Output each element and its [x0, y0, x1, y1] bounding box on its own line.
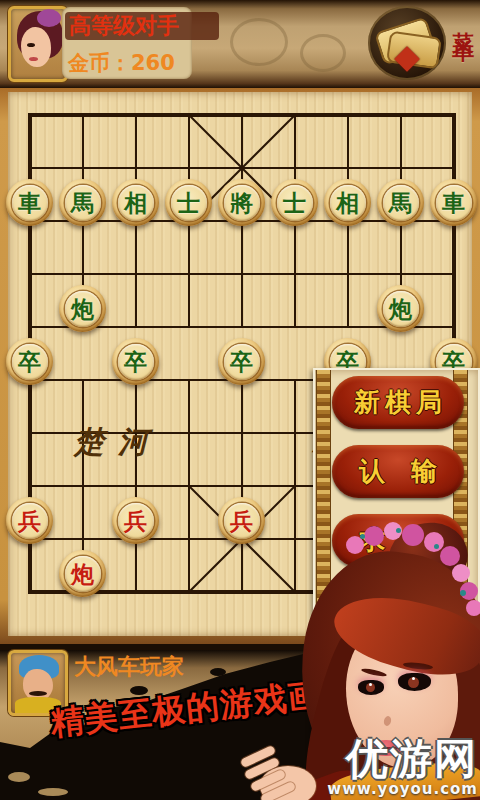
piece-character: 炮	[71, 291, 94, 327]
board-intersection[interactable]	[3, 441, 56, 494]
piece-character: 兵	[18, 503, 41, 539]
piece-face: 炮	[65, 291, 101, 327]
board-intersection[interactable]	[3, 282, 56, 335]
piece-character: 卒	[230, 344, 253, 380]
piece-face: 將	[224, 185, 260, 221]
board-intersection[interactable]	[109, 229, 162, 282]
board-intersection[interactable]: 炮	[374, 282, 427, 335]
swirl-decoration	[300, 34, 346, 72]
board-intersection[interactable]: 將	[215, 176, 268, 229]
piece-face: 士	[171, 185, 207, 221]
board-intersection[interactable]: 馬	[374, 176, 427, 229]
board-intersection[interactable]: 馬	[56, 176, 109, 229]
board-intersection[interactable]	[109, 282, 162, 335]
board-intersection[interactable]	[109, 441, 162, 494]
piece-character: 炮	[389, 291, 412, 327]
menu-option-3[interactable]: 求和	[332, 514, 464, 567]
piece-black[interactable]: 炮	[59, 285, 106, 332]
board-intersection[interactable]	[56, 335, 109, 388]
panel-border-decoration	[316, 370, 331, 798]
piece-red[interactable]: 兵	[112, 497, 159, 544]
board-intersection[interactable]: 卒	[3, 335, 56, 388]
piece-black[interactable]: 士	[165, 179, 212, 226]
piece-face: 兵	[224, 503, 260, 539]
board-intersection[interactable]	[162, 441, 215, 494]
piece-black[interactable]: 炮	[377, 285, 424, 332]
piece-character: 車	[18, 185, 41, 221]
board-intersection[interactable]: 車	[427, 176, 480, 229]
board-intersection[interactable]	[56, 229, 109, 282]
board-intersection[interactable]	[162, 229, 215, 282]
piece-character: 卒	[124, 344, 147, 380]
avatar-ornament	[37, 9, 61, 27]
piece-face: 士	[277, 185, 313, 221]
board-intersection[interactable]: 士	[162, 176, 215, 229]
board-intersection[interactable]	[268, 282, 321, 335]
board-intersection[interactable]	[3, 388, 56, 441]
piece-black[interactable]: 士	[271, 179, 318, 226]
board-intersection[interactable]	[109, 547, 162, 600]
menu-option-2[interactable]: 认输	[332, 445, 464, 498]
board-intersection[interactable]	[3, 229, 56, 282]
board-intersection[interactable]	[215, 547, 268, 600]
piece-black[interactable]: 車	[430, 179, 477, 226]
piece-character: 馬	[71, 185, 94, 221]
menu-button-list: 新棋局认输求和	[332, 376, 464, 652]
piece-character: 車	[442, 185, 465, 221]
avatar-eye	[27, 43, 35, 47]
menu-option-4[interactable]	[332, 583, 464, 636]
board-intersection[interactable]: 卒	[215, 335, 268, 388]
board-intersection[interactable]: 相	[321, 176, 374, 229]
player-name-label: 大风车玩家	[74, 652, 184, 682]
piece-character: 炮	[71, 556, 94, 592]
board-intersection[interactable]	[56, 441, 109, 494]
piece-character: 卒	[18, 344, 41, 380]
watermark-site: 优游网	[327, 738, 478, 780]
piece-face: 卒	[118, 344, 154, 380]
piece-face: 馬	[65, 185, 101, 221]
board-intersection[interactable]	[215, 388, 268, 441]
piece-black[interactable]: 卒	[218, 338, 265, 385]
piece-character: 相	[124, 185, 147, 221]
board-intersection[interactable]	[374, 229, 427, 282]
avatar-lip	[29, 57, 38, 61]
piece-red[interactable]: 兵	[6, 497, 53, 544]
piece-red[interactable]: 炮	[59, 550, 106, 597]
opponent-avatar[interactable]	[8, 6, 68, 82]
piece-black[interactable]: 相	[324, 179, 371, 226]
game-screen: 高等级对手 金币：260 菜单	[0, 0, 480, 800]
piece-black[interactable]: 馬	[59, 179, 106, 226]
opponent-level-label: 高等级对手	[65, 12, 219, 40]
board-intersection[interactable]	[162, 335, 215, 388]
board-intersection[interactable]	[56, 494, 109, 547]
piece-face: 炮	[383, 291, 419, 327]
board-intersection[interactable]	[321, 282, 374, 335]
piece-face: 車	[436, 185, 472, 221]
board-intersection[interactable]: 卒	[109, 335, 162, 388]
piece-face: 炮	[65, 556, 101, 592]
board-intersection[interactable]	[215, 282, 268, 335]
board-intersection[interactable]	[162, 388, 215, 441]
board-intersection[interactable]	[321, 229, 374, 282]
board-intersection[interactable]: 相	[109, 176, 162, 229]
menu-option-1[interactable]: 新棋局	[332, 376, 464, 429]
board-intersection[interactable]	[427, 229, 480, 282]
watermark: 优游网 www.yoyou.com	[327, 738, 478, 798]
board-intersection[interactable]	[162, 547, 215, 600]
piece-face: 兵	[118, 503, 154, 539]
opponent-info-panel: 高等级对手 金币：260	[62, 7, 192, 79]
swirl-decoration	[230, 18, 288, 66]
piece-face: 馬	[383, 185, 419, 221]
avatar-mustache	[29, 691, 47, 696]
board-intersection[interactable]	[427, 282, 480, 335]
board-intersection[interactable]: 兵	[215, 494, 268, 547]
piece-black[interactable]: 馬	[377, 179, 424, 226]
piece-face: 相	[118, 185, 154, 221]
piece-black[interactable]: 卒	[6, 338, 53, 385]
piece-character: 相	[336, 185, 359, 221]
board-intersection[interactable]: 士	[268, 176, 321, 229]
piece-character: 兵	[124, 503, 147, 539]
piece-character: 兵	[230, 503, 253, 539]
board-intersection[interactable]	[3, 547, 56, 600]
board-intersection[interactable]: 炮	[56, 282, 109, 335]
menu-button[interactable]	[368, 6, 446, 80]
board-intersection[interactable]	[162, 282, 215, 335]
board-intersection[interactable]	[215, 441, 268, 494]
board-intersection[interactable]	[162, 494, 215, 547]
board-intersection[interactable]: 車	[3, 176, 56, 229]
piece-face: 相	[330, 185, 366, 221]
top-bar: 高等级对手 金币：260 菜单	[0, 0, 480, 88]
piece-black[interactable]: 卒	[112, 338, 159, 385]
piece-face: 卒	[12, 344, 48, 380]
avatar-face	[21, 27, 51, 67]
piece-black[interactable]: 車	[6, 179, 53, 226]
piece-character: 士	[283, 185, 306, 221]
watermark-url: www.yoyou.com	[327, 780, 478, 798]
piece-face: 卒	[224, 344, 260, 380]
board-intersection[interactable]	[215, 229, 268, 282]
piece-red[interactable]: 兵	[218, 497, 265, 544]
piece-character: 將	[230, 185, 253, 221]
board-intersection[interactable]	[268, 229, 321, 282]
board-intersection[interactable]: 炮	[56, 547, 109, 600]
piece-black[interactable]: 相	[112, 179, 159, 226]
piece-face: 車	[12, 185, 48, 221]
piece-face: 兵	[12, 503, 48, 539]
board-intersection[interactable]: 兵	[3, 494, 56, 547]
coins-label: 金币：260	[68, 49, 175, 77]
piece-character: 馬	[389, 185, 412, 221]
piece-black[interactable]: 將	[218, 179, 265, 226]
menu-label[interactable]: 菜单	[452, 14, 478, 76]
board-intersection[interactable]	[56, 388, 109, 441]
piece-character: 士	[177, 185, 200, 221]
board-intersection[interactable]	[109, 388, 162, 441]
board-intersection[interactable]: 兵	[109, 494, 162, 547]
